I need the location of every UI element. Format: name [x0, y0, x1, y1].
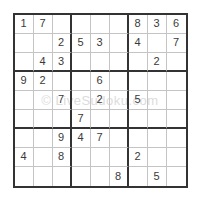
cell-r8c9[interactable] [167, 148, 186, 167]
cell-r2c9[interactable]: 7 [167, 34, 186, 53]
cell-r3c1[interactable] [15, 53, 34, 72]
cell-r5c7[interactable]: 5 [129, 91, 148, 110]
cell-r1c8[interactable]: 3 [148, 15, 167, 34]
cell-r7c5[interactable]: 7 [91, 129, 110, 148]
cell-r8c3[interactable]: 8 [53, 148, 72, 167]
cell-r4c3[interactable] [53, 72, 72, 91]
cell-r2c1[interactable] [15, 34, 34, 53]
cell-r9c8[interactable]: 5 [148, 167, 167, 186]
cell-r9c6[interactable]: 8 [110, 167, 129, 186]
cell-r6c1[interactable] [15, 110, 34, 129]
cell-r9c5[interactable] [91, 167, 110, 186]
cell-r1c4[interactable] [72, 15, 91, 34]
cell-r3c5[interactable] [91, 53, 110, 72]
cell-r6c9[interactable] [167, 110, 186, 129]
cell-r1c9[interactable]: 6 [167, 15, 186, 34]
cell-r5c2[interactable] [34, 91, 53, 110]
cell-r4c5[interactable]: 6 [91, 72, 110, 91]
cell-r2c4[interactable]: 5 [72, 34, 91, 53]
cell-r8c4[interactable] [72, 148, 91, 167]
cell-r8c6[interactable] [110, 148, 129, 167]
cell-r2c6[interactable] [110, 34, 129, 53]
cell-r9c7[interactable] [129, 167, 148, 186]
cell-r2c5[interactable]: 3 [91, 34, 110, 53]
cell-r8c5[interactable] [91, 148, 110, 167]
cell-r7c3[interactable]: 9 [53, 129, 72, 148]
cell-r5c6[interactable] [110, 91, 129, 110]
cell-r6c3[interactable] [53, 110, 72, 129]
cell-r7c4[interactable]: 4 [72, 129, 91, 148]
cell-r1c6[interactable] [110, 15, 129, 34]
sudoku-board: © LiveSudoku.com 17836253474329267257947… [13, 13, 188, 188]
cell-r1c2[interactable]: 7 [34, 15, 53, 34]
cell-r7c9[interactable] [167, 129, 186, 148]
cell-r9c3[interactable] [53, 167, 72, 186]
cell-r4c9[interactable] [167, 72, 186, 91]
cell-r7c8[interactable] [148, 129, 167, 148]
cell-r6c2[interactable] [34, 110, 53, 129]
cell-r6c5[interactable] [91, 110, 110, 129]
cell-r2c8[interactable] [148, 34, 167, 53]
cell-r7c1[interactable] [15, 129, 34, 148]
cell-r8c8[interactable] [148, 148, 167, 167]
page: © LiveSudoku.com 17836253474329267257947… [0, 0, 200, 200]
cell-r8c1[interactable]: 4 [15, 148, 34, 167]
cell-r4c8[interactable] [148, 72, 167, 91]
cell-r4c7[interactable] [129, 72, 148, 91]
cell-r1c7[interactable]: 8 [129, 15, 148, 34]
cell-r3c6[interactable] [110, 53, 129, 72]
cell-r3c7[interactable] [129, 53, 148, 72]
cell-r8c7[interactable]: 2 [129, 148, 148, 167]
cell-r4c6[interactable] [110, 72, 129, 91]
cell-r2c2[interactable] [34, 34, 53, 53]
cell-r9c1[interactable] [15, 167, 34, 186]
cell-r1c3[interactable] [53, 15, 72, 34]
cell-r9c4[interactable] [72, 167, 91, 186]
cell-r8c2[interactable] [34, 148, 53, 167]
cell-r6c4[interactable]: 7 [72, 110, 91, 129]
cell-r5c9[interactable] [167, 91, 186, 110]
cell-r4c1[interactable]: 9 [15, 72, 34, 91]
cell-r4c4[interactable] [72, 72, 91, 91]
cell-r6c6[interactable] [110, 110, 129, 129]
cell-r5c5[interactable]: 2 [91, 91, 110, 110]
cell-r1c1[interactable]: 1 [15, 15, 34, 34]
cell-r2c7[interactable]: 4 [129, 34, 148, 53]
cell-r5c4[interactable] [72, 91, 91, 110]
cell-r5c1[interactable] [15, 91, 34, 110]
cell-r7c7[interactable] [129, 129, 148, 148]
cell-r7c2[interactable] [34, 129, 53, 148]
cell-r6c8[interactable] [148, 110, 167, 129]
cell-r3c4[interactable] [72, 53, 91, 72]
cell-r3c9[interactable] [167, 53, 186, 72]
cell-r9c9[interactable] [167, 167, 186, 186]
cell-r3c2[interactable]: 4 [34, 53, 53, 72]
cell-r3c3[interactable]: 3 [53, 53, 72, 72]
cell-r1c5[interactable] [91, 15, 110, 34]
cell-r3c8[interactable]: 2 [148, 53, 167, 72]
cell-r5c8[interactable] [148, 91, 167, 110]
cell-r6c7[interactable] [129, 110, 148, 129]
cell-r7c6[interactable] [110, 129, 129, 148]
cell-r2c3[interactable]: 2 [53, 34, 72, 53]
cell-r4c2[interactable]: 2 [34, 72, 53, 91]
cell-r9c2[interactable] [34, 167, 53, 186]
cell-r5c3[interactable]: 7 [53, 91, 72, 110]
